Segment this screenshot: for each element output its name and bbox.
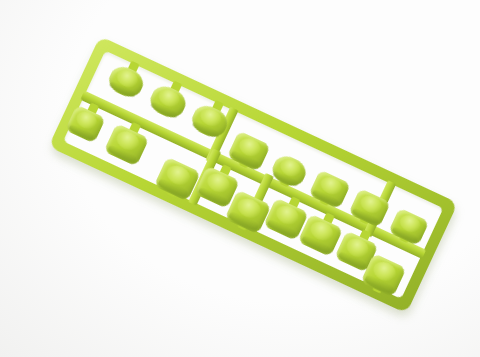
sprue <box>48 36 458 314</box>
product-photo <box>0 0 480 357</box>
